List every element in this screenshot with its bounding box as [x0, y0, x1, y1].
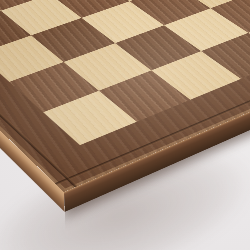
chessboard [0, 0, 250, 192]
squares-grid [0, 0, 250, 145]
photo-stage [0, 0, 250, 250]
scene [0, 0, 250, 250]
